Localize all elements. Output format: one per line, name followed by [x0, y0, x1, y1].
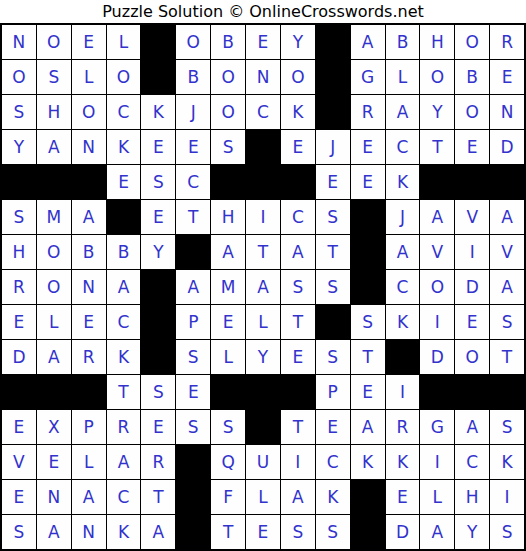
letter-cell-r10c1: D [2, 340, 36, 374]
letter-cell-r12c13: G [420, 410, 454, 444]
letter-cell-r4c6: E [176, 130, 210, 164]
letter-cell-r13c1: V [2, 445, 36, 479]
letter-cell-r9c4: C [107, 305, 141, 339]
block-cell-r15c6 [176, 515, 210, 549]
letter-cell-r8c6: A [176, 270, 210, 304]
block-cell-r11c1 [2, 375, 36, 409]
letter-cell-r13c15: K [490, 445, 524, 479]
letter-cell-r11c4: T [107, 375, 141, 409]
block-cell-r5c8 [246, 165, 280, 199]
block-cell-r7c6 [176, 235, 210, 269]
letter-cell-r8c15: A [490, 270, 524, 304]
letter-cell-r3c8: C [246, 95, 280, 129]
letter-cell-r9c11: S [351, 305, 385, 339]
block-cell-r11c15 [490, 375, 524, 409]
letter-cell-r12c12: R [386, 410, 420, 444]
letter-cell-r10c6: S [176, 340, 210, 374]
letter-cell-r1c9: Y [281, 25, 315, 59]
block-cell-r11c9 [281, 375, 315, 409]
letter-cell-r7c3: B [72, 235, 106, 269]
letter-cell-r3c1: S [2, 95, 36, 129]
letter-cell-r8c14: D [455, 270, 489, 304]
block-cell-r5c2 [37, 165, 71, 199]
letter-cell-r14c10: K [316, 480, 350, 514]
letter-cell-r8c3: N [72, 270, 106, 304]
letter-cell-r14c13: L [420, 480, 454, 514]
letter-cell-r15c7: T [211, 515, 245, 549]
letter-cell-r4c13: T [420, 130, 454, 164]
letter-cell-r11c12: I [386, 375, 420, 409]
letter-cell-r6c8: I [246, 200, 280, 234]
letter-cell-r12c4: R [107, 410, 141, 444]
letter-cell-r15c3: N [72, 515, 106, 549]
block-cell-r1c10 [316, 25, 350, 59]
block-cell-r3c10 [316, 95, 350, 129]
block-cell-r9c5 [141, 305, 175, 339]
letter-cell-r13c10: C [316, 445, 350, 479]
letter-cell-r9c2: L [37, 305, 71, 339]
letter-cell-r9c13: I [420, 305, 454, 339]
letter-cell-r14c1: E [2, 480, 36, 514]
letter-cell-r5c11: E [351, 165, 385, 199]
letter-cell-r5c10: E [316, 165, 350, 199]
letter-cell-r3c3: O [72, 95, 106, 129]
block-cell-r1c5 [141, 25, 175, 59]
letter-cell-r7c7: A [211, 235, 245, 269]
letter-cell-r10c4: K [107, 340, 141, 374]
letter-cell-r11c10: P [316, 375, 350, 409]
letter-cell-r1c4: L [107, 25, 141, 59]
letter-cell-r13c7: Q [211, 445, 245, 479]
letter-cell-r9c12: K [386, 305, 420, 339]
letter-cell-r2c13: O [420, 60, 454, 94]
letter-cell-r2c9: O [281, 60, 315, 94]
letter-cell-r10c8: Y [246, 340, 280, 374]
letter-cell-r3c5: K [141, 95, 175, 129]
letter-cell-r12c15: S [490, 410, 524, 444]
letter-cell-r6c14: V [455, 200, 489, 234]
letter-cell-r14c14: H [455, 480, 489, 514]
letter-cell-r9c3: E [72, 305, 106, 339]
letter-cell-r7c15: V [490, 235, 524, 269]
letter-cell-r6c1: S [2, 200, 36, 234]
letter-cell-r5c12: K [386, 165, 420, 199]
block-cell-r5c13 [420, 165, 454, 199]
letter-cell-r6c7: H [211, 200, 245, 234]
letter-cell-r13c11: K [351, 445, 385, 479]
letter-cell-r3c2: H [37, 95, 71, 129]
block-cell-r2c5 [141, 60, 175, 94]
letter-cell-r12c6: S [176, 410, 210, 444]
letter-cell-r2c7: O [211, 60, 245, 94]
letter-cell-r12c11: A [351, 410, 385, 444]
letter-cell-r11c11: E [351, 375, 385, 409]
letter-cell-r9c9: T [281, 305, 315, 339]
letter-cell-r8c12: C [386, 270, 420, 304]
letter-cell-r15c13: A [420, 515, 454, 549]
letter-cell-r14c2: N [37, 480, 71, 514]
block-cell-r11c3 [72, 375, 106, 409]
letter-cell-r7c10: T [316, 235, 350, 269]
block-cell-r8c5 [141, 270, 175, 304]
letter-cell-r3c12: A [386, 95, 420, 129]
letter-cell-r10c13: D [420, 340, 454, 374]
letter-cell-r12c9: T [281, 410, 315, 444]
letter-cell-r11c5: S [141, 375, 175, 409]
letter-cell-r7c1: H [2, 235, 36, 269]
letter-cell-r12c2: X [37, 410, 71, 444]
letter-cell-r1c8: E [246, 25, 280, 59]
letter-cell-r12c7: S [211, 410, 245, 444]
letter-cell-r7c8: T [246, 235, 280, 269]
letter-cell-r4c1: Y [2, 130, 36, 164]
letter-cell-r8c8: A [246, 270, 280, 304]
letter-cell-r6c5: E [141, 200, 175, 234]
letter-cell-r2c8: N [246, 60, 280, 94]
letter-cell-r15c15: S [490, 515, 524, 549]
letter-cell-r4c4: K [107, 130, 141, 164]
letter-cell-r13c2: E [37, 445, 71, 479]
letter-cell-r7c12: A [386, 235, 420, 269]
letter-cell-r12c10: E [316, 410, 350, 444]
letter-cell-r7c13: V [420, 235, 454, 269]
letter-cell-r14c4: C [107, 480, 141, 514]
letter-cell-r4c9: E [281, 130, 315, 164]
letter-cell-r14c3: A [72, 480, 106, 514]
letter-cell-r4c15: D [490, 130, 524, 164]
letter-cell-r2c6: B [176, 60, 210, 94]
letter-cell-r10c11: T [351, 340, 385, 374]
crossword-grid: NOELOBEYABHOROSLOBONOGLOBESHOCKJOCKRAYON… [0, 23, 526, 551]
letter-cell-r6c6: T [176, 200, 210, 234]
letter-cell-r7c2: O [37, 235, 71, 269]
letter-cell-r11c6: E [176, 375, 210, 409]
block-cell-r7c11 [351, 235, 385, 269]
letter-cell-r9c14: E [455, 305, 489, 339]
letter-cell-r2c4: O [107, 60, 141, 94]
letter-cell-r10c14: O [455, 340, 489, 374]
letter-cell-r3c13: Y [420, 95, 454, 129]
letter-cell-r14c9: A [281, 480, 315, 514]
letter-cell-r14c15: I [490, 480, 524, 514]
letter-cell-r8c2: O [37, 270, 71, 304]
block-cell-r11c14 [455, 375, 489, 409]
letter-cell-r1c11: A [351, 25, 385, 59]
letter-cell-r4c11: E [351, 130, 385, 164]
letter-cell-r15c2: A [37, 515, 71, 549]
letter-cell-r4c2: A [37, 130, 71, 164]
letter-cell-r6c13: A [420, 200, 454, 234]
letter-cell-r2c14: B [455, 60, 489, 94]
block-cell-r14c6 [176, 480, 210, 514]
block-cell-r11c2 [37, 375, 71, 409]
letter-cell-r15c10: S [316, 515, 350, 549]
block-cell-r12c8 [246, 410, 280, 444]
letter-cell-r10c3: R [72, 340, 106, 374]
block-cell-r5c9 [281, 165, 315, 199]
letter-cell-r1c6: O [176, 25, 210, 59]
letter-cell-r10c10: S [316, 340, 350, 374]
letter-cell-r2c2: S [37, 60, 71, 94]
letter-cell-r13c13: I [420, 445, 454, 479]
letter-cell-r3c9: K [281, 95, 315, 129]
block-cell-r13c6 [176, 445, 210, 479]
letter-cell-r10c9: E [281, 340, 315, 374]
block-cell-r5c1 [2, 165, 36, 199]
letter-cell-r2c1: O [2, 60, 36, 94]
letter-cell-r3c14: O [455, 95, 489, 129]
letter-cell-r3c11: R [351, 95, 385, 129]
letter-cell-r8c4: A [107, 270, 141, 304]
letter-cell-r2c11: G [351, 60, 385, 94]
letter-cell-r12c1: E [2, 410, 36, 444]
letter-cell-r9c15: S [490, 305, 524, 339]
letter-cell-r7c9: A [281, 235, 315, 269]
letter-cell-r1c2: O [37, 25, 71, 59]
block-cell-r2c10 [316, 60, 350, 94]
letter-cell-r3c7: O [211, 95, 245, 129]
block-cell-r11c8 [246, 375, 280, 409]
letter-cell-r3c15: N [490, 95, 524, 129]
letter-cell-r2c15: E [490, 60, 524, 94]
letter-cell-r13c3: L [72, 445, 106, 479]
letter-cell-r13c4: A [107, 445, 141, 479]
letter-cell-r10c15: T [490, 340, 524, 374]
letter-cell-r1c1: N [2, 25, 36, 59]
page-title: Puzzle Solution © OnlineCrosswords.net [0, 0, 526, 23]
block-cell-r4c8 [246, 130, 280, 164]
letter-cell-r8c13: O [420, 270, 454, 304]
letter-cell-r6c3: A [72, 200, 106, 234]
block-cell-r5c14 [455, 165, 489, 199]
letter-cell-r15c4: K [107, 515, 141, 549]
letter-cell-r6c2: M [37, 200, 71, 234]
letter-cell-r13c8: U [246, 445, 280, 479]
block-cell-r8c11 [351, 270, 385, 304]
letter-cell-r5c6: C [176, 165, 210, 199]
letter-cell-r1c3: E [72, 25, 106, 59]
letter-cell-r13c12: K [386, 445, 420, 479]
letter-cell-r15c5: A [141, 515, 175, 549]
letter-cell-r1c7: B [211, 25, 245, 59]
letter-cell-r7c4: B [107, 235, 141, 269]
letter-cell-r15c8: E [246, 515, 280, 549]
letter-cell-r12c5: E [141, 410, 175, 444]
block-cell-r5c15 [490, 165, 524, 199]
letter-cell-r13c9: I [281, 445, 315, 479]
letter-cell-r4c14: E [455, 130, 489, 164]
letter-cell-r14c5: T [141, 480, 175, 514]
letter-cell-r6c10: S [316, 200, 350, 234]
letter-cell-r4c7: S [211, 130, 245, 164]
letter-cell-r4c10: J [316, 130, 350, 164]
block-cell-r15c11 [351, 515, 385, 549]
letter-cell-r15c1: S [2, 515, 36, 549]
letter-cell-r15c9: S [281, 515, 315, 549]
letter-cell-r9c6: P [176, 305, 210, 339]
letter-cell-r4c5: E [141, 130, 175, 164]
letter-cell-r9c8: L [246, 305, 280, 339]
block-cell-r5c3 [72, 165, 106, 199]
block-cell-r9c10 [316, 305, 350, 339]
letter-cell-r4c3: N [72, 130, 106, 164]
letter-cell-r8c7: M [211, 270, 245, 304]
letter-cell-r14c12: E [386, 480, 420, 514]
letter-cell-r7c5: Y [141, 235, 175, 269]
letter-cell-r5c5: S [141, 165, 175, 199]
letter-cell-r12c3: P [72, 410, 106, 444]
block-cell-r11c7 [211, 375, 245, 409]
letter-cell-r8c9: S [281, 270, 315, 304]
letter-cell-r13c14: C [455, 445, 489, 479]
letter-cell-r8c10: S [316, 270, 350, 304]
letter-cell-r5c4: E [107, 165, 141, 199]
letter-cell-r6c9: C [281, 200, 315, 234]
letter-cell-r8c1: R [2, 270, 36, 304]
block-cell-r6c11 [351, 200, 385, 234]
block-cell-r6c4 [107, 200, 141, 234]
letter-cell-r12c14: A [455, 410, 489, 444]
letter-cell-r9c1: E [2, 305, 36, 339]
letter-cell-r1c13: H [420, 25, 454, 59]
block-cell-r10c12 [386, 340, 420, 374]
letter-cell-r13c5: R [141, 445, 175, 479]
letter-cell-r15c14: Y [455, 515, 489, 549]
letter-cell-r1c14: O [455, 25, 489, 59]
block-cell-r5c7 [211, 165, 245, 199]
letter-cell-r15c12: D [386, 515, 420, 549]
letter-cell-r1c12: B [386, 25, 420, 59]
letter-cell-r3c4: C [107, 95, 141, 129]
block-cell-r10c5 [141, 340, 175, 374]
letter-cell-r7c14: I [455, 235, 489, 269]
letter-cell-r2c12: L [386, 60, 420, 94]
block-cell-r14c11 [351, 480, 385, 514]
letter-cell-r14c8: L [246, 480, 280, 514]
letter-cell-r4c12: C [386, 130, 420, 164]
letter-cell-r6c12: J [386, 200, 420, 234]
letter-cell-r2c3: L [72, 60, 106, 94]
letter-cell-r9c7: E [211, 305, 245, 339]
letter-cell-r3c6: J [176, 95, 210, 129]
letter-cell-r10c7: L [211, 340, 245, 374]
block-cell-r11c13 [420, 375, 454, 409]
letter-cell-r6c15: A [490, 200, 524, 234]
letter-cell-r1c15: R [490, 25, 524, 59]
letter-cell-r14c7: F [211, 480, 245, 514]
letter-cell-r10c2: A [37, 340, 71, 374]
